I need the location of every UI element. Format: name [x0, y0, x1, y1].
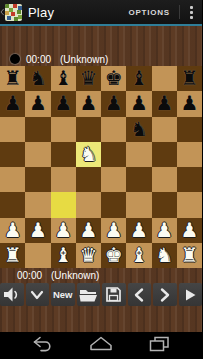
board-square-g2[interactable]: ♟: [152, 218, 177, 243]
chess-piece-black-n: ♞: [29, 66, 47, 91]
chess-piece-black-b: ♝: [54, 66, 72, 91]
options-button[interactable]: OPTIONS: [119, 0, 179, 24]
chess-piece-black-p: ♟: [130, 91, 148, 116]
chess-piece-white-p: ♟: [29, 218, 47, 243]
board-square-a8[interactable]: ♜: [0, 66, 25, 91]
chess-piece-black-p: ♟: [105, 91, 123, 116]
chess-piece-white-p: ♟: [4, 218, 22, 243]
board-square-f2[interactable]: ♟: [126, 218, 151, 243]
chess-piece-black-p: ♟: [54, 91, 72, 116]
speaker-icon: [2, 286, 22, 303]
board-square-f1[interactable]: ♝: [126, 243, 151, 268]
board-square-g1[interactable]: ♞: [152, 243, 177, 268]
chess-piece-black-p: ♟: [155, 91, 173, 116]
board-square-a4[interactable]: [0, 167, 25, 192]
board-square-c1[interactable]: ♝: [51, 243, 76, 268]
chess-piece-white-n: ♞: [79, 142, 97, 167]
board-square-h6[interactable]: [177, 117, 202, 142]
nav-back-button[interactable]: [23, 332, 63, 359]
board-square-g6[interactable]: [152, 117, 177, 142]
chess-piece-black-b: ♝: [130, 66, 148, 91]
black-player-row: 00:00 (Unknown): [0, 52, 202, 66]
phone-screen: Play OPTIONS 00:00 (Unknown) ♜♞♝♛♚♝♜♟♟♟♟…: [0, 0, 202, 359]
board-square-h1[interactable]: ♜: [177, 243, 202, 268]
autoplay-button[interactable]: [179, 283, 203, 306]
board-square-c4[interactable]: [51, 167, 76, 192]
chess-piece-white-p: ♟: [54, 218, 72, 243]
chess-piece-black-k: ♚: [105, 66, 123, 91]
board-square-g8[interactable]: [152, 66, 177, 91]
chess-piece-black-r: ♜: [4, 66, 22, 91]
home-icon: [88, 336, 114, 355]
android-nav-bar: [0, 332, 202, 359]
white-player-name: (Unknown): [51, 270, 99, 281]
board-square-c8[interactable]: ♝: [51, 66, 76, 91]
white-clock: 00:00: [17, 270, 42, 281]
board-square-h2[interactable]: ♟: [177, 218, 202, 243]
open-game-button[interactable]: [77, 283, 101, 306]
chess-piece-white-b: ♝: [130, 243, 148, 268]
chess-piece-black-p: ♟: [79, 91, 97, 116]
chess-board[interactable]: ♜♞♝♛♚♝♜♟♟♟♟♟♟♟♟♞♞♟♟♟♟♟♟♟♟♜♝♛♚♝♞♜: [0, 66, 202, 268]
board-square-h3[interactable]: [177, 192, 202, 217]
board-square-c2[interactable]: ♟: [51, 218, 76, 243]
board-square-b4[interactable]: [25, 167, 50, 192]
black-player-name: (Unknown): [60, 54, 108, 65]
board-square-d7[interactable]: ♟: [76, 91, 101, 116]
board-square-a6[interactable]: [0, 117, 25, 142]
board-square-b3[interactable]: [25, 192, 50, 217]
play-icon: [182, 287, 198, 303]
board-square-e8[interactable]: ♚: [101, 66, 126, 91]
move-back-button[interactable]: [128, 283, 152, 306]
board-square-e4[interactable]: [101, 167, 126, 192]
overflow-menu-icon[interactable]: [180, 0, 202, 24]
chess-piece-black-p: ♟: [4, 91, 22, 116]
board-square-e7[interactable]: ♟: [101, 91, 126, 116]
folder-open-icon: [78, 287, 98, 303]
board-square-b5[interactable]: [25, 142, 50, 167]
board-square-f7[interactable]: ♟: [126, 91, 151, 116]
chess-piece-black-q: ♛: [79, 66, 97, 91]
new-game-label: New: [53, 289, 73, 300]
chess-piece-white-q: ♛: [79, 243, 97, 268]
board-square-a1[interactable]: ♜: [0, 243, 25, 268]
chevron-right-icon: [158, 287, 172, 303]
chess-piece-white-b: ♝: [54, 243, 72, 268]
save-game-button[interactable]: [102, 283, 126, 306]
board-square-h8[interactable]: ♜: [177, 66, 202, 91]
board-square-d6[interactable]: [76, 117, 101, 142]
board-square-c3[interactable]: [51, 192, 76, 217]
board-square-d4[interactable]: [76, 167, 101, 192]
new-game-button[interactable]: New: [51, 283, 75, 306]
board-square-b8[interactable]: ♞: [25, 66, 50, 91]
page-title: Play: [28, 5, 54, 20]
board-square-d8[interactable]: ♛: [76, 66, 101, 91]
recents-icon: [148, 336, 170, 356]
save-floppy-icon: [105, 286, 122, 303]
move-forward-button[interactable]: [153, 283, 177, 306]
chess-piece-white-p: ♟: [155, 218, 173, 243]
board-square-d3[interactable]: [76, 192, 101, 217]
board-square-b2[interactable]: ♟: [25, 218, 50, 243]
board-square-a5[interactable]: [0, 142, 25, 167]
game-area: 00:00 (Unknown) ♜♞♝♛♚♝♜♟♟♟♟♟♟♟♟♞♞♟♟♟♟♟♟♟…: [0, 26, 202, 332]
board-square-c5[interactable]: [51, 142, 76, 167]
chess-piece-white-r: ♜: [180, 243, 198, 268]
app-chessboard-icon[interactable]: [5, 4, 22, 21]
chess-piece-white-p: ♟: [105, 218, 123, 243]
board-square-e5[interactable]: [101, 142, 126, 167]
board-square-f8[interactable]: ♝: [126, 66, 151, 91]
board-square-g4[interactable]: [152, 167, 177, 192]
black-turn-indicator-icon: [10, 54, 20, 64]
board-square-f3[interactable]: [126, 192, 151, 217]
chess-piece-white-p: ♟: [180, 218, 198, 243]
board-square-g5[interactable]: [152, 142, 177, 167]
chess-piece-white-p: ♟: [130, 218, 148, 243]
board-square-c7[interactable]: ♟: [51, 91, 76, 116]
wood-background: [0, 306, 202, 332]
board-square-a3[interactable]: [0, 192, 25, 217]
board-square-h4[interactable]: [177, 167, 202, 192]
sound-button[interactable]: [0, 283, 24, 306]
board-square-b7[interactable]: ♟: [25, 91, 50, 116]
board-square-b6[interactable]: [25, 117, 50, 142]
action-bar: Play OPTIONS: [0, 0, 202, 26]
board-square-a7[interactable]: ♟: [0, 91, 25, 116]
chess-piece-white-r: ♜: [4, 243, 22, 268]
board-square-e3[interactable]: [101, 192, 126, 217]
board-square-e2[interactable]: ♟: [101, 218, 126, 243]
nav-recents-button[interactable]: [139, 332, 179, 359]
chess-piece-white-n: ♞: [155, 243, 173, 268]
chess-piece-black-p: ♟: [180, 91, 198, 116]
chess-piece-white-p: ♟: [79, 218, 97, 243]
chess-piece-white-k: ♚: [105, 243, 123, 268]
board-square-e6[interactable]: [101, 117, 126, 142]
board-square-e1[interactable]: ♚: [101, 243, 126, 268]
board-square-b1[interactable]: [25, 243, 50, 268]
board-square-a2[interactable]: ♟: [0, 218, 25, 243]
board-square-f6[interactable]: ♞: [126, 117, 151, 142]
board-square-g7[interactable]: ♟: [152, 91, 177, 116]
board-square-g3[interactable]: [152, 192, 177, 217]
mode-dropdown-button[interactable]: [26, 283, 50, 306]
back-icon: [32, 336, 54, 356]
chevron-down-icon: [28, 288, 46, 302]
chess-piece-black-n: ♞: [130, 117, 148, 142]
chevron-left-icon: [132, 287, 146, 303]
nav-home-button[interactable]: [81, 332, 121, 359]
chess-piece-black-p: ♟: [29, 91, 47, 116]
board-square-c6[interactable]: [51, 117, 76, 142]
board-square-f4[interactable]: [126, 167, 151, 192]
chess-piece-black-r: ♜: [180, 66, 198, 91]
board-square-d2[interactable]: ♟: [76, 218, 101, 243]
board-square-d1[interactable]: ♛: [76, 243, 101, 268]
board-square-d5[interactable]: ♞: [76, 142, 101, 167]
board-square-h7[interactable]: ♟: [177, 91, 202, 116]
board-square-f5[interactable]: [126, 142, 151, 167]
board-square-h5[interactable]: [177, 142, 202, 167]
white-player-row: 00:00 (Unknown): [0, 268, 202, 282]
black-clock: 00:00: [26, 54, 51, 65]
game-toolbar: New: [0, 283, 202, 306]
